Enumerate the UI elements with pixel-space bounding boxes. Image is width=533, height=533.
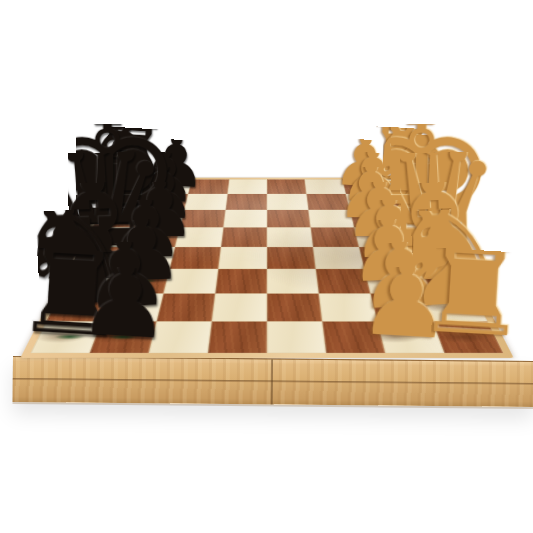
square-g5[interactable] bbox=[226, 194, 267, 210]
square-c4[interactable] bbox=[267, 269, 319, 294]
square-e4[interactable] bbox=[267, 227, 313, 247]
square-d4[interactable] bbox=[267, 247, 316, 269]
square-f4[interactable] bbox=[267, 210, 311, 228]
square-g4[interactable] bbox=[267, 194, 308, 210]
square-a4[interactable] bbox=[267, 321, 326, 353]
square-b5[interactable] bbox=[212, 294, 267, 322]
black-pawn-glyph: ♟ bbox=[76, 259, 174, 339]
white-rook-glyph: ♜ bbox=[412, 240, 533, 340]
square-f5[interactable] bbox=[223, 210, 267, 228]
square-h4[interactable] bbox=[267, 179, 306, 193]
photo-background: ♜♞♝♛♚♝♞♜♟♟♟♟♟♟♟♟♟♟♟♟♟♟♟♟♜♞♝♛♚♝♞♜ bbox=[0, 0, 533, 533]
square-a5[interactable] bbox=[208, 321, 267, 353]
square-b4[interactable] bbox=[267, 294, 322, 322]
square-h5[interactable] bbox=[228, 179, 267, 193]
scene: ♜♞♝♛♚♝♞♜♟♟♟♟♟♟♟♟♟♟♟♟♟♟♟♟♜♞♝♛♚♝♞♜ bbox=[0, 0, 533, 533]
white-rook-a1[interactable]: ♜ bbox=[431, 248, 515, 339]
square-e5[interactable] bbox=[221, 227, 267, 247]
chess-board: ♜♞♝♛♚♝♞♜♟♟♟♟♟♟♟♟♟♟♟♟♟♟♟♟♜♞♝♛♚♝♞♜ bbox=[20, 178, 513, 358]
square-c5[interactable] bbox=[215, 269, 267, 294]
black-pawn-a7[interactable]: ♟ bbox=[83, 265, 166, 339]
square-d5[interactable] bbox=[218, 247, 267, 269]
